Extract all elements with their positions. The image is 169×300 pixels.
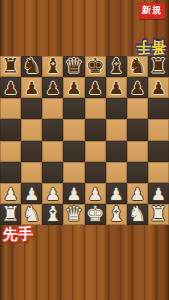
square-g6[interactable] — [127, 98, 148, 119]
square-e8[interactable]: ♚ — [85, 56, 106, 77]
square-g1[interactable]: ♞ — [127, 204, 148, 225]
square-a6[interactable] — [0, 98, 21, 119]
square-b1[interactable]: ♞ — [21, 204, 42, 225]
square-h2[interactable]: ♟ — [148, 183, 169, 204]
square-h7[interactable]: ♟ — [148, 77, 169, 98]
square-h1[interactable]: ♜ — [148, 204, 169, 225]
square-h5[interactable] — [148, 119, 169, 140]
turn-indicator-top-player: 手番 — [136, 37, 166, 56]
square-f3[interactable] — [106, 162, 127, 183]
piece-white-pawn: ♟ — [66, 186, 81, 203]
square-d2[interactable]: ♟ — [63, 183, 84, 204]
square-a3[interactable] — [0, 162, 21, 183]
piece-white-bishop: ♝ — [43, 204, 62, 225]
piece-black-knight: ♞ — [128, 56, 147, 77]
square-c5[interactable] — [42, 119, 63, 140]
square-d7[interactable]: ♟ — [63, 77, 84, 98]
square-h4[interactable] — [148, 141, 169, 162]
piece-black-king: ♚ — [86, 56, 105, 77]
square-e5[interactable] — [85, 119, 106, 140]
square-h3[interactable] — [148, 162, 169, 183]
square-c7[interactable]: ♟ — [42, 77, 63, 98]
piece-black-pawn: ♟ — [87, 80, 102, 97]
piece-black-rook: ♜ — [149, 56, 168, 77]
piece-black-knight: ♞ — [22, 56, 41, 77]
piece-white-pawn: ♟ — [45, 186, 60, 203]
piece-white-king: ♚ — [86, 204, 105, 225]
piece-black-pawn: ♟ — [66, 80, 81, 97]
piece-black-pawn: ♟ — [3, 80, 18, 97]
chess-board[interactable]: ♜♞♝♛♚♝♞♜♟♟♟♟♟♟♟♟♟♟♟♟♟♟♟♟♜♞♝♛♚♝♞♜ — [0, 56, 169, 225]
square-b3[interactable] — [21, 162, 42, 183]
square-f8[interactable]: ♝ — [106, 56, 127, 77]
square-c3[interactable] — [42, 162, 63, 183]
chess-app-screen: 新規 手番 ♜♞♝♛♚♝♞♜♟♟♟♟♟♟♟♟♟♟♟♟♟♟♟♟♜♞♝♛♚♝♞♜ 先… — [0, 0, 169, 300]
square-d1[interactable]: ♛ — [63, 204, 84, 225]
square-g5[interactable] — [127, 119, 148, 140]
piece-white-rook: ♜ — [149, 204, 168, 225]
piece-white-knight: ♞ — [128, 204, 147, 225]
piece-black-pawn: ♟ — [24, 80, 39, 97]
square-e4[interactable] — [85, 141, 106, 162]
piece-black-queen: ♛ — [65, 56, 84, 77]
square-e2[interactable]: ♟ — [85, 183, 106, 204]
piece-black-pawn: ♟ — [45, 80, 60, 97]
square-b2[interactable]: ♟ — [21, 183, 42, 204]
square-g2[interactable]: ♟ — [127, 183, 148, 204]
square-b7[interactable]: ♟ — [21, 77, 42, 98]
piece-white-bishop: ♝ — [107, 204, 126, 225]
square-e1[interactable]: ♚ — [85, 204, 106, 225]
piece-black-pawn: ♟ — [151, 80, 166, 97]
new-game-button[interactable]: 新規 — [139, 3, 165, 19]
sente-turn-label: 先手 — [3, 225, 33, 244]
square-h8[interactable]: ♜ — [148, 56, 169, 77]
square-a7[interactable]: ♟ — [0, 77, 21, 98]
piece-black-bishop: ♝ — [43, 56, 62, 77]
square-c1[interactable]: ♝ — [42, 204, 63, 225]
square-b5[interactable] — [21, 119, 42, 140]
piece-white-pawn: ♟ — [87, 186, 102, 203]
square-f5[interactable] — [106, 119, 127, 140]
piece-white-pawn: ♟ — [3, 186, 18, 203]
piece-white-pawn: ♟ — [130, 186, 145, 203]
piece-black-bishop: ♝ — [107, 56, 126, 77]
piece-white-knight: ♞ — [22, 204, 41, 225]
piece-black-pawn: ♟ — [109, 80, 124, 97]
square-g4[interactable] — [127, 141, 148, 162]
square-a2[interactable]: ♟ — [0, 183, 21, 204]
square-a1[interactable]: ♜ — [0, 204, 21, 225]
square-e3[interactable] — [85, 162, 106, 183]
piece-white-pawn: ♟ — [109, 186, 124, 203]
square-b6[interactable] — [21, 98, 42, 119]
square-g8[interactable]: ♞ — [127, 56, 148, 77]
square-a8[interactable]: ♜ — [0, 56, 21, 77]
square-d5[interactable] — [63, 119, 84, 140]
square-f1[interactable]: ♝ — [106, 204, 127, 225]
square-b8[interactable]: ♞ — [21, 56, 42, 77]
square-d3[interactable] — [63, 162, 84, 183]
piece-white-rook: ♜ — [1, 204, 20, 225]
piece-black-rook: ♜ — [1, 56, 20, 77]
square-f4[interactable] — [106, 141, 127, 162]
turn-indicator-char-2: 番 — [151, 37, 166, 56]
piece-white-queen: ♛ — [65, 204, 84, 225]
piece-black-pawn: ♟ — [130, 80, 145, 97]
square-c6[interactable] — [42, 98, 63, 119]
piece-white-pawn: ♟ — [151, 186, 166, 203]
square-e6[interactable] — [85, 98, 106, 119]
square-b4[interactable] — [21, 141, 42, 162]
square-g3[interactable] — [127, 162, 148, 183]
square-g7[interactable]: ♟ — [127, 77, 148, 98]
square-e7[interactable]: ♟ — [85, 77, 106, 98]
square-f2[interactable]: ♟ — [106, 183, 127, 204]
square-d4[interactable] — [63, 141, 84, 162]
square-f6[interactable] — [106, 98, 127, 119]
square-d6[interactable] — [63, 98, 84, 119]
piece-white-pawn: ♟ — [24, 186, 39, 203]
square-c4[interactable] — [42, 141, 63, 162]
square-d8[interactable]: ♛ — [63, 56, 84, 77]
square-c8[interactable]: ♝ — [42, 56, 63, 77]
square-c2[interactable]: ♟ — [42, 183, 63, 204]
square-a5[interactable] — [0, 119, 21, 140]
square-f7[interactable]: ♟ — [106, 77, 127, 98]
square-h6[interactable] — [148, 98, 169, 119]
turn-indicator-char-1: 手 — [136, 37, 151, 56]
square-a4[interactable] — [0, 141, 21, 162]
